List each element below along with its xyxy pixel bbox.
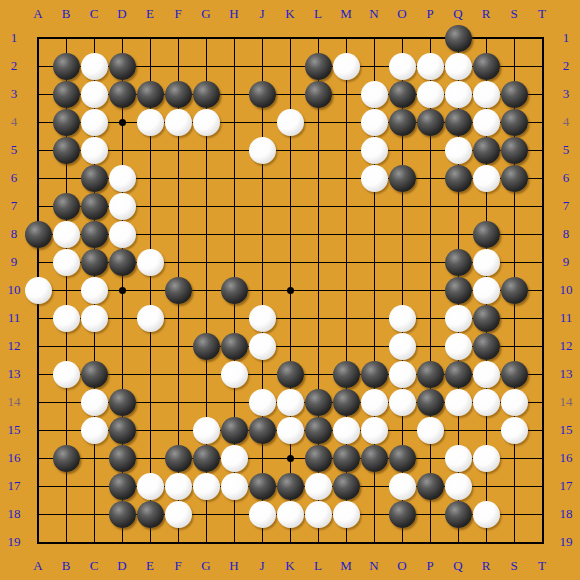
board-intersection[interactable]	[360, 80, 388, 108]
board-intersection[interactable]	[444, 360, 472, 388]
board-intersection[interactable]	[472, 500, 500, 528]
board-intersection[interactable]	[248, 304, 276, 332]
board-intersection[interactable]	[500, 24, 528, 52]
board-intersection[interactable]	[164, 248, 192, 276]
board-intersection[interactable]	[360, 388, 388, 416]
board-intersection[interactable]	[276, 24, 304, 52]
board-intersection[interactable]	[360, 360, 388, 388]
board-intersection[interactable]	[332, 108, 360, 136]
board-intersection[interactable]	[444, 80, 472, 108]
board-intersection[interactable]	[24, 500, 52, 528]
board-intersection[interactable]	[192, 164, 220, 192]
board-intersection[interactable]	[500, 136, 528, 164]
board-intersection[interactable]	[136, 332, 164, 360]
board-intersection[interactable]	[52, 360, 80, 388]
board-intersection[interactable]	[360, 528, 388, 556]
board-intersection[interactable]	[220, 276, 248, 304]
board-intersection[interactable]	[24, 444, 52, 472]
board-intersection[interactable]	[108, 136, 136, 164]
board-intersection[interactable]	[192, 108, 220, 136]
board-intersection[interactable]	[472, 388, 500, 416]
board-intersection[interactable]	[108, 500, 136, 528]
board-intersection[interactable]	[276, 360, 304, 388]
board-intersection[interactable]	[304, 108, 332, 136]
board-intersection[interactable]	[136, 472, 164, 500]
board-intersection[interactable]	[416, 136, 444, 164]
board-intersection[interactable]	[276, 528, 304, 556]
board-intersection[interactable]	[444, 136, 472, 164]
board-intersection[interactable]	[472, 444, 500, 472]
board-intersection[interactable]	[52, 24, 80, 52]
board-intersection[interactable]	[416, 332, 444, 360]
board-intersection[interactable]	[388, 360, 416, 388]
board-intersection[interactable]	[528, 304, 556, 332]
board-intersection[interactable]	[276, 192, 304, 220]
board-intersection[interactable]	[108, 472, 136, 500]
board-intersection[interactable]	[24, 248, 52, 276]
board-intersection[interactable]	[500, 360, 528, 388]
board-intersection[interactable]	[472, 192, 500, 220]
board-intersection[interactable]	[360, 52, 388, 80]
board-intersection[interactable]	[248, 24, 276, 52]
board-intersection[interactable]	[304, 24, 332, 52]
board-intersection[interactable]	[52, 304, 80, 332]
board-intersection[interactable]	[108, 528, 136, 556]
board-intersection[interactable]	[80, 388, 108, 416]
board-intersection[interactable]	[472, 528, 500, 556]
board-intersection[interactable]	[276, 388, 304, 416]
board-intersection[interactable]	[444, 192, 472, 220]
board-intersection[interactable]	[192, 388, 220, 416]
board-intersection[interactable]	[528, 192, 556, 220]
board-intersection[interactable]	[500, 220, 528, 248]
board-intersection[interactable]	[52, 220, 80, 248]
board-intersection[interactable]	[276, 500, 304, 528]
board-intersection[interactable]	[472, 52, 500, 80]
board-intersection[interactable]	[192, 276, 220, 304]
board-intersection[interactable]	[164, 164, 192, 192]
board-intersection[interactable]	[472, 220, 500, 248]
board-intersection[interactable]	[24, 304, 52, 332]
board-intersection[interactable]	[500, 276, 528, 304]
board-intersection[interactable]	[304, 472, 332, 500]
board-intersection[interactable]	[164, 52, 192, 80]
board-intersection[interactable]	[528, 360, 556, 388]
board-intersection[interactable]	[500, 444, 528, 472]
board-intersection[interactable]	[220, 388, 248, 416]
board-intersection[interactable]	[80, 192, 108, 220]
board-intersection[interactable]	[472, 164, 500, 192]
board-intersection[interactable]	[416, 304, 444, 332]
board-intersection[interactable]	[500, 332, 528, 360]
board-intersection[interactable]	[528, 444, 556, 472]
board-intersection[interactable]	[416, 472, 444, 500]
board-intersection[interactable]	[192, 24, 220, 52]
board-intersection[interactable]	[192, 444, 220, 472]
board-intersection[interactable]	[388, 248, 416, 276]
board-intersection[interactable]	[192, 416, 220, 444]
board-intersection[interactable]	[220, 360, 248, 388]
board-intersection[interactable]	[164, 472, 192, 500]
board-intersection[interactable]	[80, 528, 108, 556]
board-intersection[interactable]	[80, 108, 108, 136]
board-intersection[interactable]	[164, 108, 192, 136]
board-intersection[interactable]	[360, 136, 388, 164]
board-intersection[interactable]	[220, 416, 248, 444]
board-intersection[interactable]	[332, 24, 360, 52]
board-intersection[interactable]	[332, 220, 360, 248]
board-intersection[interactable]	[332, 472, 360, 500]
board-intersection[interactable]	[220, 136, 248, 164]
board-intersection[interactable]	[220, 192, 248, 220]
board-intersection[interactable]	[360, 276, 388, 304]
board-intersection[interactable]	[192, 136, 220, 164]
board-intersection[interactable]	[220, 220, 248, 248]
board-intersection[interactable]	[388, 220, 416, 248]
board-intersection[interactable]	[220, 80, 248, 108]
board-intersection[interactable]	[136, 80, 164, 108]
board-intersection[interactable]	[220, 108, 248, 136]
board-intersection[interactable]	[24, 52, 52, 80]
board-intersection[interactable]	[80, 248, 108, 276]
board-intersection[interactable]	[164, 444, 192, 472]
board-intersection[interactable]	[388, 80, 416, 108]
board-intersection[interactable]	[304, 52, 332, 80]
board-intersection[interactable]	[444, 164, 472, 192]
board-intersection[interactable]	[332, 164, 360, 192]
board-intersection[interactable]	[444, 248, 472, 276]
board-intersection[interactable]	[416, 164, 444, 192]
board-intersection[interactable]	[52, 416, 80, 444]
board-intersection[interactable]	[24, 164, 52, 192]
board-intersection[interactable]	[248, 472, 276, 500]
board-intersection[interactable]	[304, 192, 332, 220]
board-intersection[interactable]	[136, 500, 164, 528]
board-intersection[interactable]	[304, 500, 332, 528]
board-intersection[interactable]	[276, 164, 304, 192]
board-intersection[interactable]	[136, 416, 164, 444]
board-intersection[interactable]	[52, 248, 80, 276]
board-intersection[interactable]	[220, 332, 248, 360]
board-intersection[interactable]	[108, 416, 136, 444]
board-intersection[interactable]	[416, 52, 444, 80]
board-intersection[interactable]	[528, 388, 556, 416]
board-intersection[interactable]	[220, 528, 248, 556]
board-intersection[interactable]	[52, 276, 80, 304]
board-intersection[interactable]	[164, 220, 192, 248]
board-intersection[interactable]	[472, 136, 500, 164]
board-intersection[interactable]	[108, 108, 136, 136]
board-intersection[interactable]	[164, 136, 192, 164]
board-intersection[interactable]	[444, 444, 472, 472]
board-intersection[interactable]	[332, 80, 360, 108]
board-intersection[interactable]	[276, 108, 304, 136]
board-intersection[interactable]	[472, 276, 500, 304]
board-intersection[interactable]	[192, 52, 220, 80]
board-intersection[interactable]	[528, 416, 556, 444]
board-intersection[interactable]	[136, 388, 164, 416]
board-intersection[interactable]	[164, 332, 192, 360]
board-intersection[interactable]	[108, 80, 136, 108]
board-intersection[interactable]	[360, 220, 388, 248]
board-intersection[interactable]	[164, 528, 192, 556]
board-intersection[interactable]	[500, 192, 528, 220]
board-intersection[interactable]	[360, 472, 388, 500]
board-intersection[interactable]	[472, 108, 500, 136]
board-intersection[interactable]	[304, 248, 332, 276]
board-intersection[interactable]	[500, 304, 528, 332]
board-intersection[interactable]	[80, 444, 108, 472]
board-intersection[interactable]	[500, 248, 528, 276]
board-intersection[interactable]	[164, 276, 192, 304]
board-intersection[interactable]	[276, 52, 304, 80]
board-intersection[interactable]	[304, 80, 332, 108]
board-intersection[interactable]	[248, 248, 276, 276]
board-intersection[interactable]	[52, 444, 80, 472]
board-intersection[interactable]	[52, 528, 80, 556]
board-intersection[interactable]	[276, 332, 304, 360]
board-intersection[interactable]	[108, 360, 136, 388]
board-intersection[interactable]	[500, 164, 528, 192]
board-intersection[interactable]	[24, 332, 52, 360]
board-intersection[interactable]	[388, 52, 416, 80]
board-intersection[interactable]	[192, 192, 220, 220]
board-intersection[interactable]	[528, 528, 556, 556]
board-intersection[interactable]	[108, 24, 136, 52]
board-intersection[interactable]	[192, 220, 220, 248]
board-intersection[interactable]	[388, 528, 416, 556]
board-intersection[interactable]	[360, 248, 388, 276]
board-intersection[interactable]	[108, 388, 136, 416]
board-intersection[interactable]	[388, 416, 416, 444]
board-intersection[interactable]	[136, 276, 164, 304]
board-intersection[interactable]	[304, 416, 332, 444]
board-intersection[interactable]	[388, 388, 416, 416]
board-intersection[interactable]	[80, 276, 108, 304]
board-intersection[interactable]	[304, 220, 332, 248]
board-intersection[interactable]	[220, 52, 248, 80]
board-intersection[interactable]	[24, 80, 52, 108]
board-intersection[interactable]	[360, 24, 388, 52]
board-intersection[interactable]	[416, 248, 444, 276]
board-intersection[interactable]	[80, 136, 108, 164]
board-intersection[interactable]	[500, 388, 528, 416]
board-intersection[interactable]	[80, 416, 108, 444]
board-intersection[interactable]	[528, 276, 556, 304]
board-intersection[interactable]	[472, 304, 500, 332]
board-intersection[interactable]	[388, 472, 416, 500]
board-intersection[interactable]	[276, 304, 304, 332]
board-intersection[interactable]	[360, 164, 388, 192]
board-intersection[interactable]	[52, 52, 80, 80]
board-intersection[interactable]	[24, 528, 52, 556]
board-intersection[interactable]	[528, 332, 556, 360]
board-intersection[interactable]	[108, 304, 136, 332]
board-intersection[interactable]	[276, 248, 304, 276]
board-intersection[interactable]	[416, 444, 444, 472]
board-intersection[interactable]	[500, 52, 528, 80]
board-intersection[interactable]	[136, 360, 164, 388]
board-intersection[interactable]	[136, 108, 164, 136]
board-intersection[interactable]	[164, 192, 192, 220]
board-intersection[interactable]	[108, 332, 136, 360]
board-intersection[interactable]	[108, 444, 136, 472]
board-intersection[interactable]	[388, 108, 416, 136]
board-intersection[interactable]	[416, 80, 444, 108]
board-intersection[interactable]	[528, 52, 556, 80]
board-intersection[interactable]	[416, 528, 444, 556]
board-intersection[interactable]	[248, 360, 276, 388]
board-intersection[interactable]	[388, 500, 416, 528]
board-intersection[interactable]	[360, 304, 388, 332]
board-intersection[interactable]	[80, 52, 108, 80]
board-intersection[interactable]	[444, 388, 472, 416]
board-intersection[interactable]	[248, 108, 276, 136]
board-intersection[interactable]	[360, 192, 388, 220]
board-intersection[interactable]	[388, 164, 416, 192]
board-intersection[interactable]	[416, 220, 444, 248]
board-intersection[interactable]	[192, 360, 220, 388]
board-intersection[interactable]	[108, 52, 136, 80]
board-intersection[interactable]	[472, 416, 500, 444]
board-intersection[interactable]	[444, 528, 472, 556]
board-intersection[interactable]	[192, 500, 220, 528]
board-intersection[interactable]	[220, 24, 248, 52]
board-intersection[interactable]	[192, 528, 220, 556]
board-intersection[interactable]	[360, 416, 388, 444]
board-intersection[interactable]	[52, 80, 80, 108]
board-intersection[interactable]	[136, 220, 164, 248]
board-intersection[interactable]	[52, 136, 80, 164]
board-intersection[interactable]	[136, 304, 164, 332]
board-intersection[interactable]	[80, 164, 108, 192]
board-intersection[interactable]	[416, 276, 444, 304]
board-intersection[interactable]	[472, 360, 500, 388]
board-intersection[interactable]	[444, 220, 472, 248]
board-intersection[interactable]	[136, 136, 164, 164]
board-intersection[interactable]	[332, 192, 360, 220]
board-intersection[interactable]	[416, 416, 444, 444]
board-intersection[interactable]	[108, 220, 136, 248]
board-intersection[interactable]	[388, 304, 416, 332]
board-intersection[interactable]	[304, 164, 332, 192]
board-intersection[interactable]	[80, 80, 108, 108]
board-intersection[interactable]	[136, 164, 164, 192]
board-intersection[interactable]	[388, 276, 416, 304]
board-intersection[interactable]	[332, 304, 360, 332]
board-intersection[interactable]	[360, 108, 388, 136]
board-intersection[interactable]	[220, 164, 248, 192]
board-intersection[interactable]	[472, 248, 500, 276]
board-intersection[interactable]	[24, 416, 52, 444]
board-intersection[interactable]	[248, 388, 276, 416]
board-intersection[interactable]	[248, 192, 276, 220]
board-intersection[interactable]	[24, 360, 52, 388]
board-intersection[interactable]	[248, 52, 276, 80]
board-intersection[interactable]	[528, 80, 556, 108]
board-intersection[interactable]	[108, 248, 136, 276]
board-intersection[interactable]	[80, 304, 108, 332]
board-intersection[interactable]	[248, 444, 276, 472]
board-intersection[interactable]	[80, 24, 108, 52]
board-intersection[interactable]	[164, 500, 192, 528]
board-intersection[interactable]	[164, 24, 192, 52]
board-intersection[interactable]	[80, 360, 108, 388]
board-intersection[interactable]	[444, 416, 472, 444]
board-intersection[interactable]	[220, 444, 248, 472]
board-intersection[interactable]	[136, 528, 164, 556]
board-intersection[interactable]	[444, 24, 472, 52]
board-intersection[interactable]	[528, 24, 556, 52]
board-intersection[interactable]	[332, 248, 360, 276]
board-intersection[interactable]	[416, 108, 444, 136]
board-intersection[interactable]	[444, 276, 472, 304]
board-intersection[interactable]	[528, 248, 556, 276]
board-intersection[interactable]	[276, 220, 304, 248]
board-intersection[interactable]	[80, 220, 108, 248]
board-intersection[interactable]	[304, 332, 332, 360]
board-intersection[interactable]	[500, 416, 528, 444]
board-intersection[interactable]	[528, 108, 556, 136]
board-intersection[interactable]	[136, 444, 164, 472]
board-intersection[interactable]	[332, 276, 360, 304]
board-intersection[interactable]	[500, 80, 528, 108]
board-intersection[interactable]	[388, 136, 416, 164]
board-intersection[interactable]	[248, 332, 276, 360]
board-intersection[interactable]	[500, 108, 528, 136]
board-intersection[interactable]	[332, 444, 360, 472]
board-intersection[interactable]	[444, 108, 472, 136]
board-intersection[interactable]	[192, 80, 220, 108]
board-intersection[interactable]	[192, 472, 220, 500]
board-intersection[interactable]	[500, 528, 528, 556]
board-intersection[interactable]	[276, 444, 304, 472]
board-intersection[interactable]	[24, 220, 52, 248]
board-intersection[interactable]	[472, 472, 500, 500]
board-intersection[interactable]	[332, 528, 360, 556]
board-intersection[interactable]	[416, 192, 444, 220]
board-intersection[interactable]	[136, 24, 164, 52]
board-intersection[interactable]	[444, 52, 472, 80]
board-intersection[interactable]	[388, 192, 416, 220]
board-intersection[interactable]	[528, 500, 556, 528]
board-intersection[interactable]	[276, 416, 304, 444]
board-intersection[interactable]	[276, 276, 304, 304]
board-intersection[interactable]	[24, 136, 52, 164]
board-intersection[interactable]	[332, 332, 360, 360]
board-intersection[interactable]	[388, 444, 416, 472]
board-intersection[interactable]	[444, 500, 472, 528]
board-intersection[interactable]	[528, 472, 556, 500]
board-intersection[interactable]	[164, 388, 192, 416]
board-intersection[interactable]	[416, 388, 444, 416]
board-intersection[interactable]	[52, 108, 80, 136]
board-intersection[interactable]	[304, 360, 332, 388]
board-intersection[interactable]	[164, 360, 192, 388]
board-intersection[interactable]	[52, 388, 80, 416]
board-intersection[interactable]	[500, 500, 528, 528]
board-intersection[interactable]	[444, 304, 472, 332]
board-intersection[interactable]	[304, 136, 332, 164]
board-intersection[interactable]	[24, 24, 52, 52]
board-intersection[interactable]	[24, 472, 52, 500]
board-intersection[interactable]	[248, 136, 276, 164]
board-intersection[interactable]	[164, 416, 192, 444]
board-intersection[interactable]	[416, 500, 444, 528]
board-intersection[interactable]	[360, 444, 388, 472]
board-intersection[interactable]	[136, 248, 164, 276]
board-intersection[interactable]	[192, 304, 220, 332]
